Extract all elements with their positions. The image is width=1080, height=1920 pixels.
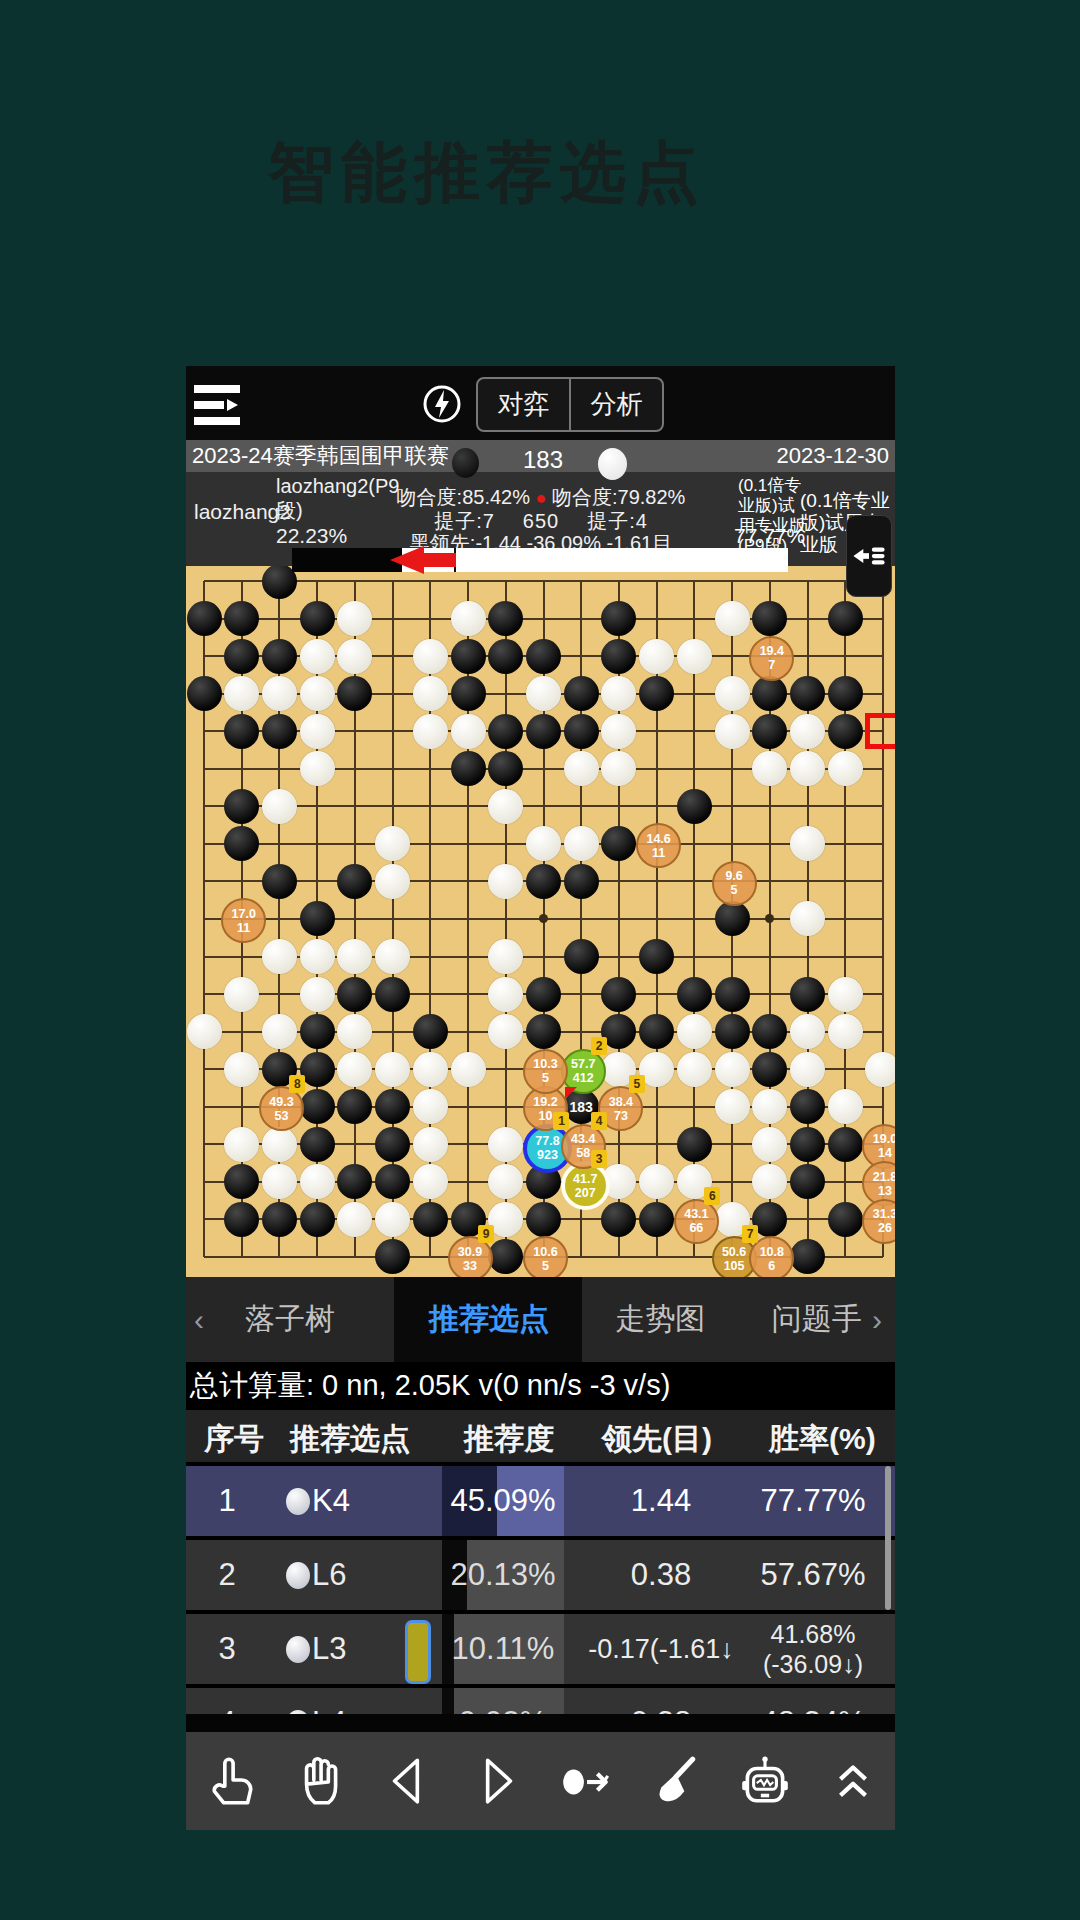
rank-badge-3: 3 [591, 1150, 607, 1168]
tab-play[interactable]: 对弈 [478, 379, 571, 430]
rank-badge-6: 6 [704, 1187, 720, 1205]
black-stone-B18 [224, 601, 259, 636]
black-stone-F1 [375, 1239, 410, 1274]
black-stone-L9 [564, 939, 599, 974]
black-stone-R3 [790, 1164, 825, 1199]
white-stone-D9 [300, 939, 335, 974]
white-stone-L14 [564, 751, 599, 786]
page-title: 智能推荐选点 [268, 128, 706, 218]
black-stone-R16 [790, 676, 825, 711]
white-stone-J11 [488, 864, 523, 899]
row-lead: 0.38 [576, 1540, 746, 1610]
row-move: K4 [286, 1466, 350, 1536]
white-stone-O17 [677, 639, 712, 674]
black-stone-A16 [187, 676, 222, 711]
white-stone-icon [286, 1562, 310, 1589]
black-stone-M12 [601, 826, 636, 861]
white-stone-D8 [300, 977, 335, 1012]
white-stone-R12 [790, 826, 825, 861]
black-stone-F4 [375, 1127, 410, 1162]
white-stone-L12 [564, 826, 599, 861]
black-stone-R1 [790, 1239, 825, 1274]
white-stone-S14 [828, 751, 863, 786]
black-stone-D2 [300, 1202, 335, 1237]
table-row-K4[interactable]: 1K445.09%1.4477.77% [186, 1466, 895, 1536]
white-stone-R14 [790, 751, 825, 786]
black-stone-H16 [451, 676, 486, 711]
match-rate-line: 吻合度:85.42% ● 吻合度:79.82% [386, 484, 696, 511]
tab-problem-moves: 问题手 [772, 1299, 862, 1340]
table-row-L6[interactable]: 2L620.13%0.3857.67% [186, 1540, 895, 1610]
mode-tabs: 对弈 分析 [476, 377, 664, 432]
black-stone-D10 [300, 901, 335, 936]
white-stone-E2 [337, 1202, 372, 1237]
black-stone-S2 [828, 1202, 863, 1237]
row-score: 9.92% [436, 1688, 570, 1714]
white-stone-P5 [715, 1089, 750, 1124]
black-stone-C2 [262, 1202, 297, 1237]
white-stone-P16 [715, 676, 750, 711]
next-move-icon[interactable] [469, 1753, 525, 1809]
white-stone-K16 [526, 676, 561, 711]
white-stone-J8 [488, 977, 523, 1012]
white-stone-H6 [451, 1052, 486, 1087]
top-bar: 对弈 分析 [186, 366, 895, 440]
lightning-icon[interactable] [422, 384, 462, 424]
white-stone-F11 [375, 864, 410, 899]
last-move-number: 183 [563, 1099, 599, 1115]
white-stone-A7 [187, 1014, 222, 1049]
white-stone-G6 [413, 1052, 448, 1087]
white-stone-D17 [300, 639, 335, 674]
white-stone-B8 [224, 977, 259, 1012]
black-stone-N7 [639, 1014, 674, 1049]
black-stone-M2 [601, 1202, 636, 1237]
white-stone-J4 [488, 1127, 523, 1162]
black-stone-F8 [375, 977, 410, 1012]
black-stone-B3 [224, 1164, 259, 1199]
white-stone-D15 [300, 714, 335, 749]
white-stone-G17 [413, 639, 448, 674]
white-stone-F2 [375, 1202, 410, 1237]
tab-analyze[interactable]: 分析 [571, 379, 662, 430]
rank-badge-8: 8 [289, 1075, 305, 1093]
expand-up-icon[interactable] [827, 1753, 879, 1809]
black-stone-K7 [526, 1014, 561, 1049]
col-rank: 序号 [204, 1419, 264, 1460]
black-stone-N9 [639, 939, 674, 974]
black-stone-H14 [451, 751, 486, 786]
white-stone-P18 [715, 601, 750, 636]
white-stone-R10 [790, 901, 825, 936]
black-stone-P7 [715, 1014, 750, 1049]
white-stone-T6 [865, 1052, 895, 1087]
candidate-move-K1[interactable]: 10.65 [523, 1236, 568, 1277]
candidate-move-N12[interactable]: 14.611 [636, 823, 681, 868]
black-stone-J17 [488, 639, 523, 674]
go-app-window: 对弈 分析 2023-24赛季韩国围甲联赛 2023-12-30 laozhan… [186, 366, 895, 1830]
red-dot-icon: ● [536, 488, 547, 508]
last-move-marker-icon [565, 1087, 577, 1099]
black-stone-S15 [828, 714, 863, 749]
black-stone-N16 [639, 676, 674, 711]
black-stone-E3 [337, 1164, 372, 1199]
white-stone-G4 [413, 1127, 448, 1162]
white-stone-P6 [715, 1052, 750, 1087]
black-stone-O4 [677, 1127, 712, 1162]
black-stone-E11 [337, 864, 372, 899]
white-stone-D3 [300, 1164, 335, 1199]
row-lead: 0.38 [576, 1688, 746, 1714]
white-stone-O6 [677, 1052, 712, 1087]
row-move: L4 [286, 1688, 346, 1714]
white-stone-M16 [601, 676, 636, 711]
white-stone-C9 [262, 939, 297, 974]
black-stone-F3 [375, 1164, 410, 1199]
black-stone-F5 [375, 1089, 410, 1124]
row-score: 10.11% [436, 1614, 570, 1684]
white-stone-icon [286, 1488, 310, 1515]
row-score: 20.13% [436, 1540, 570, 1610]
move-number: 183 [508, 446, 578, 474]
black-stone-M17 [601, 639, 636, 674]
black-stone-O13 [677, 789, 712, 824]
black-stone-J14 [488, 751, 523, 786]
white-stone-G3 [413, 1164, 448, 1199]
rank-badge-9: 9 [478, 1225, 494, 1243]
collapse-left-icon [852, 540, 886, 572]
candidate-move-O2[interactable]: 43.166 [674, 1199, 719, 1244]
black-stone-R8 [790, 977, 825, 1012]
black-winrate: 22.23% [276, 524, 347, 548]
black-stone-L16 [564, 676, 599, 711]
row-lead: -0.17(-1.61↓ [576, 1614, 746, 1684]
tab-recommended-moves[interactable]: 推荐选点 [396, 1277, 582, 1362]
black-stone-R5 [790, 1089, 825, 1124]
black-stone-icon [452, 448, 479, 478]
black-stone-Q18 [752, 601, 787, 636]
black-stone-K8 [526, 977, 561, 1012]
rank-badge-2: 2 [591, 1037, 607, 1055]
white-stone-Q3 [752, 1164, 787, 1199]
black-stone-C15 [262, 714, 297, 749]
row-score: 45.09% [436, 1466, 570, 1536]
black-stone-M18 [601, 601, 636, 636]
white-stone-J13 [488, 789, 523, 824]
white-stone-F6 [375, 1052, 410, 1087]
rank-badge-5: 5 [629, 1075, 645, 1093]
white-stone-E6 [337, 1052, 372, 1087]
black-stone-K15 [526, 714, 561, 749]
black-stone-E16 [337, 676, 372, 711]
black-stone-H17 [451, 639, 486, 674]
white-stone-icon [286, 1636, 310, 1663]
white-stone-C7 [262, 1014, 297, 1049]
palm-hand-icon[interactable] [291, 1753, 347, 1809]
point-hand-icon[interactable] [202, 1753, 258, 1809]
white-stone-D14 [300, 751, 335, 786]
black-stone-J1 [488, 1239, 523, 1274]
stone-move-icon[interactable] [558, 1753, 614, 1809]
black-stone-D7 [300, 1014, 335, 1049]
black-stone-P8 [715, 977, 750, 1012]
black-stone-B12 [224, 826, 259, 861]
table-row-L4[interactable]: 4L49.92%0.3848.34% [186, 1688, 895, 1714]
prev-move-icon[interactable] [380, 1753, 436, 1809]
red-square-marker [865, 713, 895, 749]
winrate-bar [292, 548, 788, 572]
white-stone-Q5 [752, 1089, 787, 1124]
candidate-move-B10[interactable]: 17.011 [221, 898, 266, 943]
rank-badge-7: 7 [742, 1225, 758, 1243]
white-stone-E9 [337, 939, 372, 974]
white-stone-Q14 [752, 751, 787, 786]
row-winrate: 41.68%(-36.09↓) [738, 1614, 888, 1684]
white-stone-R7 [790, 1014, 825, 1049]
row-lead: 1.44 [576, 1466, 746, 1536]
tab-trend-chart[interactable]: 走势图 问题手 [582, 1277, 895, 1362]
candidate-move-P11[interactable]: 9.65 [712, 861, 757, 906]
white-winrate: 77.77% [734, 524, 805, 548]
black-stone-S16 [828, 676, 863, 711]
tabs-scroll-left-icon[interactable]: ‹ [194, 1303, 204, 1337]
star-point [539, 914, 548, 923]
move-marker-badge [405, 1620, 431, 1684]
white-stone-E17 [337, 639, 372, 674]
white-stone-J3 [488, 1164, 523, 1199]
star-point [765, 914, 774, 923]
black-stone-A18 [187, 601, 222, 636]
tabs-scroll-right-icon[interactable]: › [872, 1303, 882, 1337]
black-stone-G2 [413, 1202, 448, 1237]
white-stone-B4 [224, 1127, 259, 1162]
col-score: 推荐度 [464, 1419, 554, 1460]
black-stone-B17 [224, 639, 259, 674]
candidate-move-C5[interactable]: 49.353 [259, 1086, 304, 1131]
row-rank: 4 [186, 1688, 268, 1714]
table-scrollbar[interactable] [885, 1466, 891, 1610]
col-move: 推荐选点 [290, 1419, 410, 1460]
black-stone-Q7 [752, 1014, 787, 1049]
row-winrate: 77.77% [738, 1466, 888, 1536]
black-stone-O8 [677, 977, 712, 1012]
black-stone-L15 [564, 714, 599, 749]
white-stone-O7 [677, 1014, 712, 1049]
white-stone-M15 [601, 714, 636, 749]
white-stone-R6 [790, 1052, 825, 1087]
white-stone-B16 [224, 676, 259, 711]
black-stone-J18 [488, 601, 523, 636]
white-stone-C4 [262, 1127, 297, 1162]
black-stone-P10 [715, 901, 750, 936]
broom-icon[interactable] [647, 1753, 703, 1809]
black-stone-Q6 [752, 1052, 787, 1087]
black-stone-R4 [790, 1127, 825, 1162]
tab-move-tree[interactable]: 落子树 [186, 1277, 396, 1362]
col-lead: 领先(目) [602, 1419, 712, 1460]
black-stone-D4 [300, 1127, 335, 1162]
row-winrate: 57.67% [738, 1540, 888, 1610]
black-stone-K11 [526, 864, 561, 899]
calc-total-line: 总计算量: 0 nn, 2.05K v(0 nn/s -3 v/s) [186, 1362, 895, 1410]
black-stone-B2 [224, 1202, 259, 1237]
white-stone-C13 [262, 789, 297, 824]
white-stone-Q4 [752, 1127, 787, 1162]
bottom-toolbar [186, 1732, 895, 1830]
winrate-drop-arrow-icon [388, 542, 458, 578]
row-winrate: 48.34% [738, 1688, 888, 1714]
table-header: 序号 推荐选点 推荐度 领先(目) 胜率(%) [186, 1410, 895, 1462]
winrate-bar-black [292, 548, 402, 572]
analysis-tab-bar: ‹ 落子树 推荐选点 走势图 问题手 › [186, 1277, 895, 1362]
black-stone-D18 [300, 601, 335, 636]
white-stone-icon [598, 448, 627, 480]
white-stone-K12 [526, 826, 561, 861]
white-stone-G5 [413, 1089, 448, 1124]
row-rank: 2 [186, 1540, 268, 1610]
white-stone-S5 [828, 1089, 863, 1124]
table-bottom-gap [186, 1714, 895, 1732]
black-stone-D5 [300, 1089, 335, 1124]
black-stone-G7 [413, 1014, 448, 1049]
black-stone-E8 [337, 977, 372, 1012]
black-stone-J15 [488, 714, 523, 749]
black-stone-L11 [564, 864, 599, 899]
white-stone-G16 [413, 676, 448, 711]
candidate-move-K6[interactable]: 10.35 [523, 1049, 568, 1094]
black-stone-Q16 [752, 676, 787, 711]
black-stone-K17 [526, 639, 561, 674]
white-stone-E7 [337, 1014, 372, 1049]
white-stone-R15 [790, 714, 825, 749]
rank-badge-4: 4 [591, 1112, 607, 1130]
menu-icon[interactable] [194, 385, 244, 431]
black-stone-K2 [526, 1202, 561, 1237]
white-stone-J7 [488, 1014, 523, 1049]
white-stone-H18 [451, 601, 486, 636]
black-stone-B15 [224, 714, 259, 749]
white-stone-C16 [262, 676, 297, 711]
white-stone-M14 [601, 751, 636, 786]
rank-badge-1: 1 [553, 1112, 569, 1130]
black-stone-B13 [224, 789, 259, 824]
white-stone-C3 [262, 1164, 297, 1199]
black-stone-C17 [262, 639, 297, 674]
table-row-L3[interactable]: 3L310.11%-0.17(-1.61↓41.68%(-36.09↓) [186, 1614, 895, 1684]
row-move: L6 [286, 1540, 346, 1610]
collapse-panel-button[interactable] [846, 515, 892, 597]
white-stone-J9 [488, 939, 523, 974]
row-move: L3 [286, 1614, 346, 1684]
white-stone-B6 [224, 1052, 259, 1087]
recommendation-table[interactable]: 1K445.09%1.4477.77%2L620.13%0.3857.67%3L… [186, 1466, 895, 1714]
white-stone-E18 [337, 601, 372, 636]
white-stone-N3 [639, 1164, 674, 1199]
white-stone-H15 [451, 714, 486, 749]
white-stone-F12 [375, 826, 410, 861]
white-stone-D16 [300, 676, 335, 711]
row-rank: 1 [186, 1466, 268, 1536]
black-stone-S4 [828, 1127, 863, 1162]
candidate-move-Q17[interactable]: 19.47 [749, 636, 794, 681]
col-winrate: 胜率(%) [769, 1419, 876, 1460]
black-stone-N2 [639, 1202, 674, 1237]
candidate-move-T2[interactable]: 31.326 [862, 1199, 895, 1244]
white-stone-N17 [639, 639, 674, 674]
white-stone-S8 [828, 977, 863, 1012]
black-stone-Q15 [752, 714, 787, 749]
robot-icon[interactable] [736, 1753, 794, 1809]
black-stone-M8 [601, 977, 636, 1012]
white-stone-S7 [828, 1014, 863, 1049]
white-stone-F9 [375, 939, 410, 974]
black-stone-C11 [262, 864, 297, 899]
go-board[interactable]: 77.8923157.7412241.7207343.458438.473543… [186, 566, 895, 1277]
white-stone-G15 [413, 714, 448, 749]
black-stone-E5 [337, 1089, 372, 1124]
white-stone-P15 [715, 714, 750, 749]
row-rank: 3 [186, 1614, 268, 1684]
black-stone-S18 [828, 601, 863, 636]
